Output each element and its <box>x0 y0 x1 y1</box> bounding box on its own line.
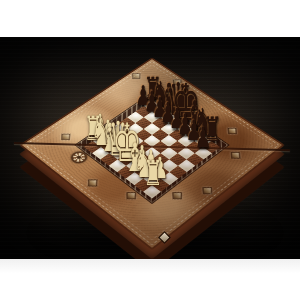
pieces-layer: ♜♞♝♛♚♝♞♜♟♟♟♟♟♟♟♟♟♟♟♟♟♟♟♟♜♞♝♛♚♝♞♜ <box>0 0 300 300</box>
backdrop-top <box>0 0 300 37</box>
chess-photo: ♜♞♝♛♚♝♞♜♟♟♟♟♟♟♟♟♟♟♟♟♟♟♟♟♜♞♝♛♚♝♞♜ <box>0 0 300 300</box>
piece-black-pawn[interactable]: ♟ <box>195 122 211 150</box>
piece-white-rook[interactable]: ♜ <box>143 155 162 190</box>
backdrop-bottom <box>0 259 300 300</box>
